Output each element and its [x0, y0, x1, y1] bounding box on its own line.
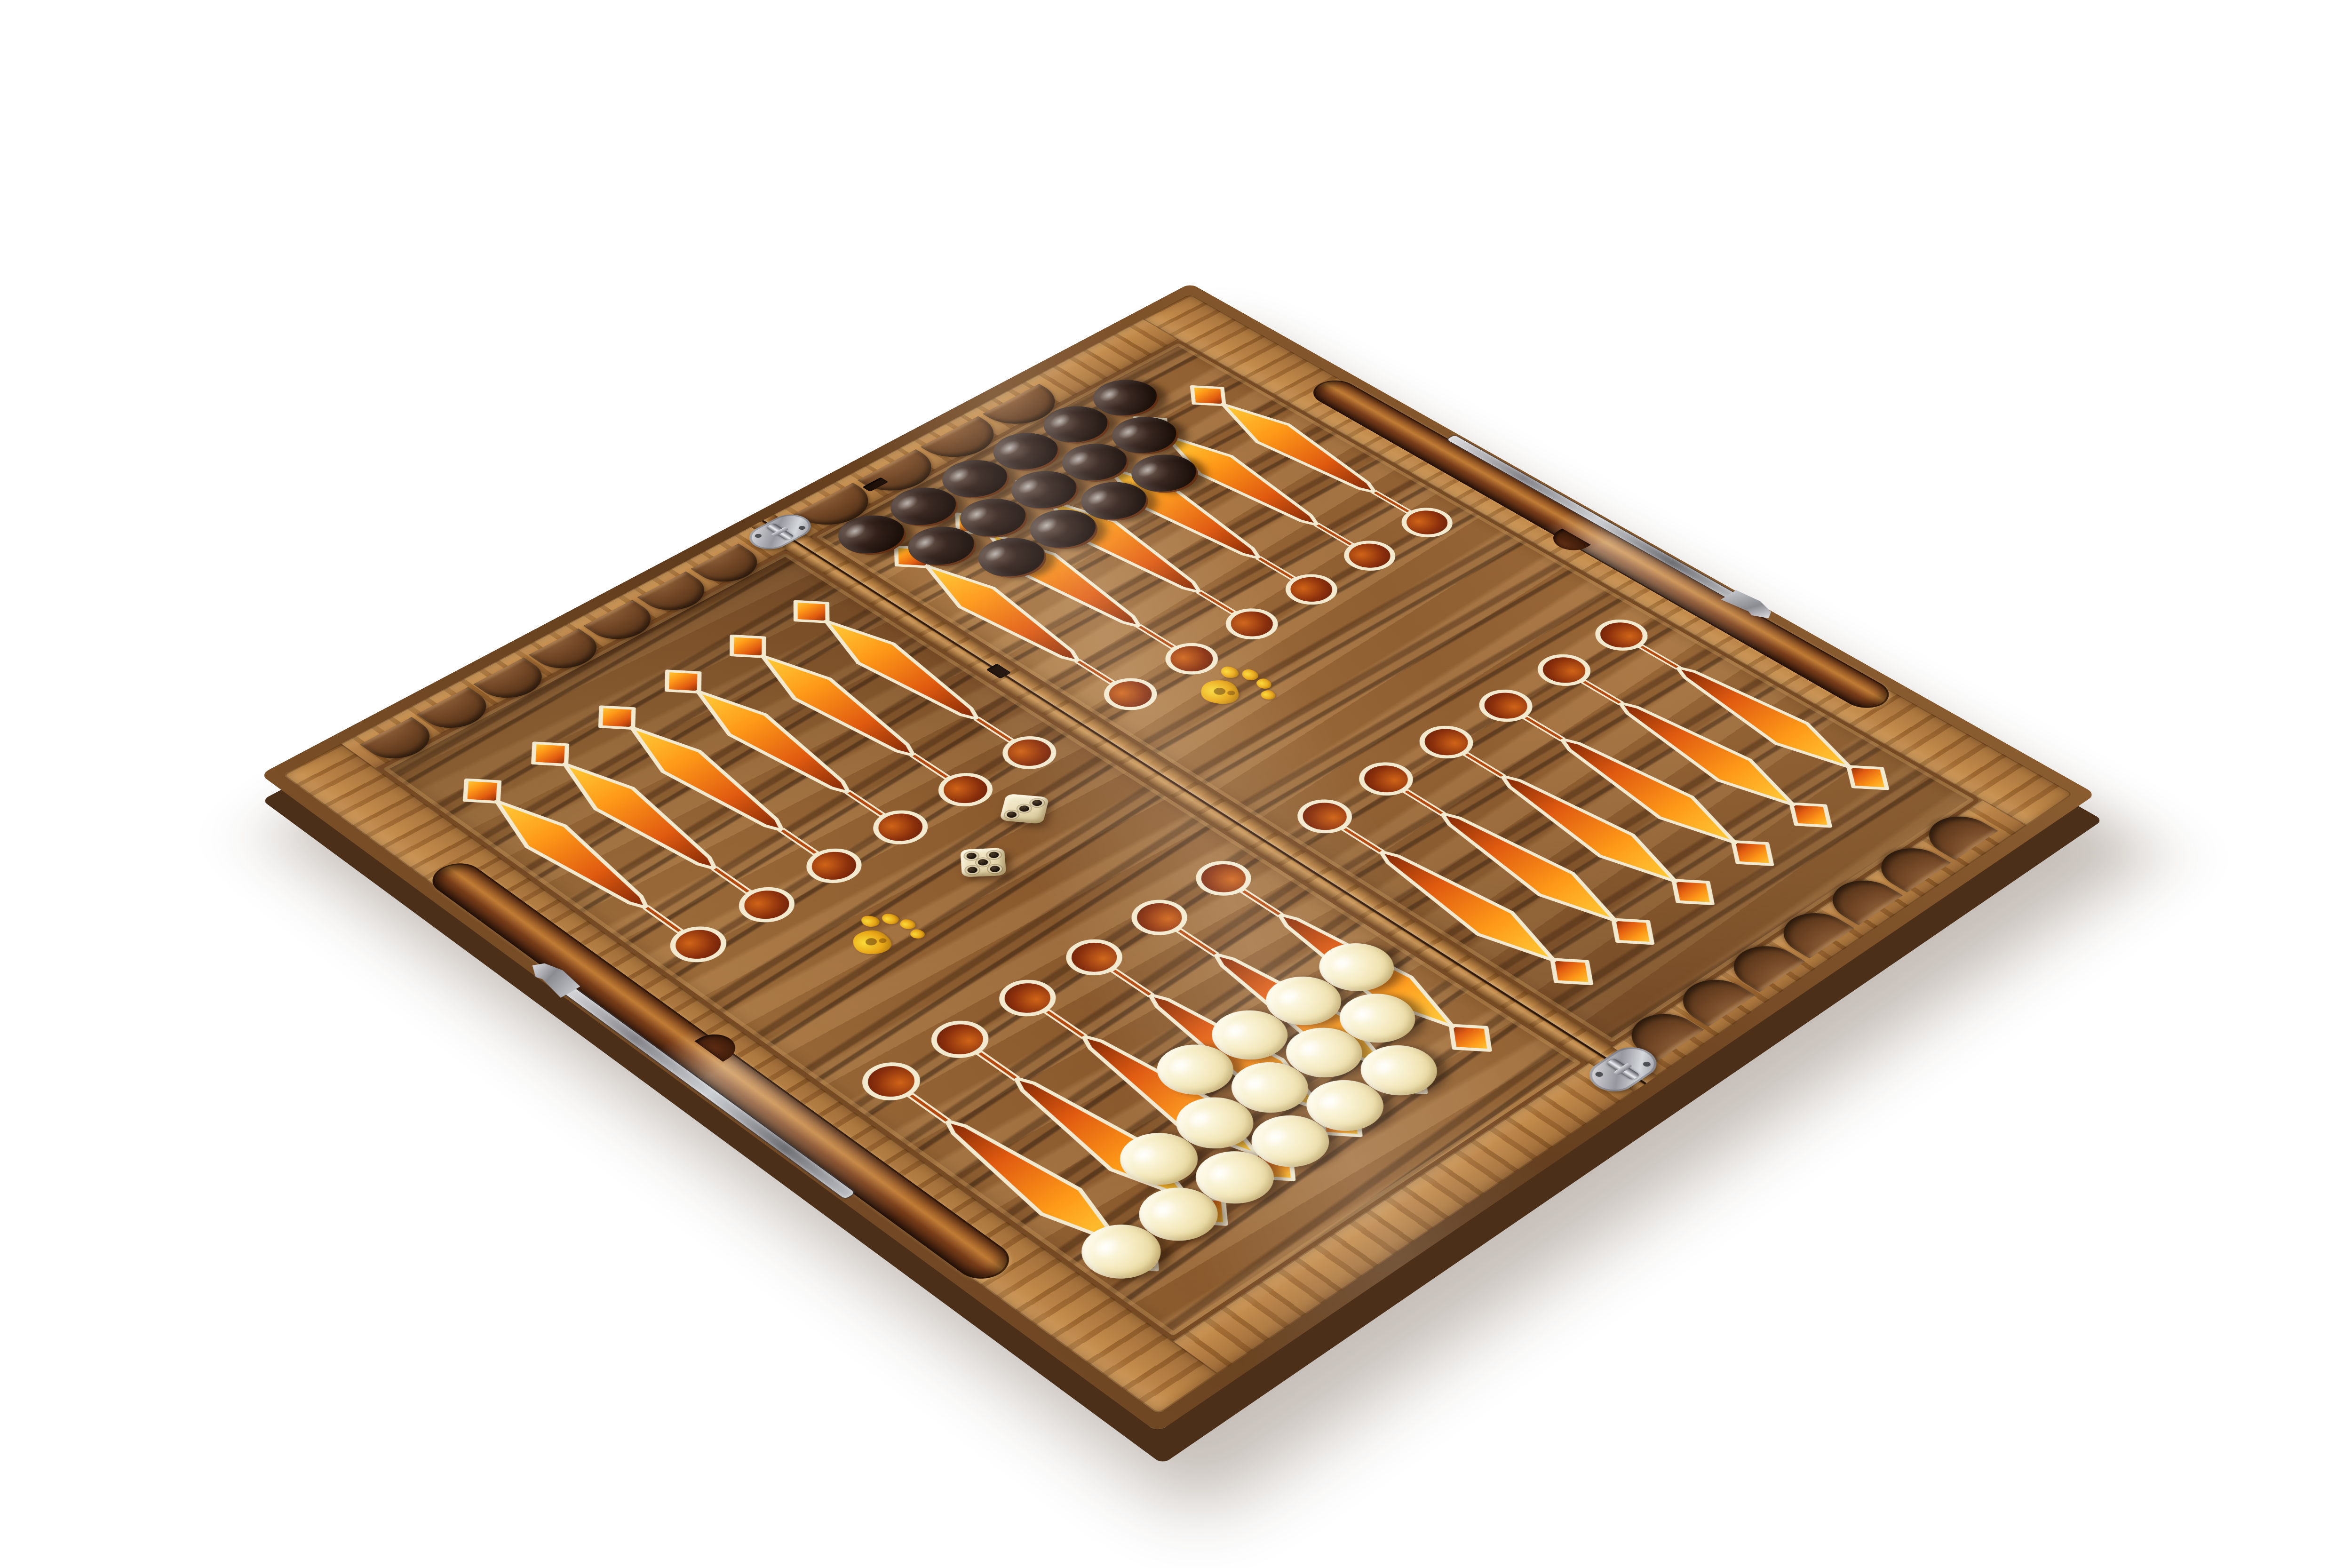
scene-caption: Open luxury folding backgammon set of gl…: [0, 0, 0, 0]
hinge-pin: [766, 523, 795, 540]
die-pip: [966, 852, 977, 859]
die-pip: [978, 859, 988, 866]
die-pip: [1018, 805, 1030, 812]
die-pip: [967, 867, 977, 873]
die-pip: [990, 866, 1000, 872]
die-pip: [989, 852, 999, 858]
die-pip: [1031, 799, 1042, 806]
die-pip: [1006, 811, 1017, 818]
die-2[interactable]: [999, 794, 1049, 824]
hinge-pin: [1606, 1058, 1641, 1081]
die-1[interactable]: [961, 848, 1007, 877]
scene: Open luxury folding backgammon set of gl…: [0, 0, 2352, 1568]
